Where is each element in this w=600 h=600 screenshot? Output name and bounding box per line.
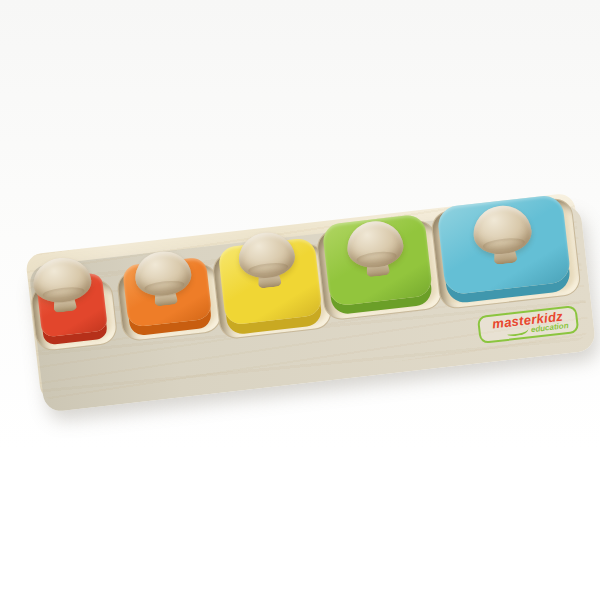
piece-blue-largest[interactable] (436, 194, 571, 296)
piece-green[interactable] (322, 214, 434, 307)
piece-orange[interactable] (122, 257, 212, 328)
brand-logo: masterkidz education (477, 305, 580, 344)
piece-red-smallest[interactable] (36, 272, 108, 337)
puzzle-board: masterkidz education (25, 193, 590, 403)
logo-swoosh-icon (507, 326, 530, 336)
piece-yellow[interactable] (217, 237, 322, 325)
product-photo-stage: masterkidz education (0, 0, 600, 600)
